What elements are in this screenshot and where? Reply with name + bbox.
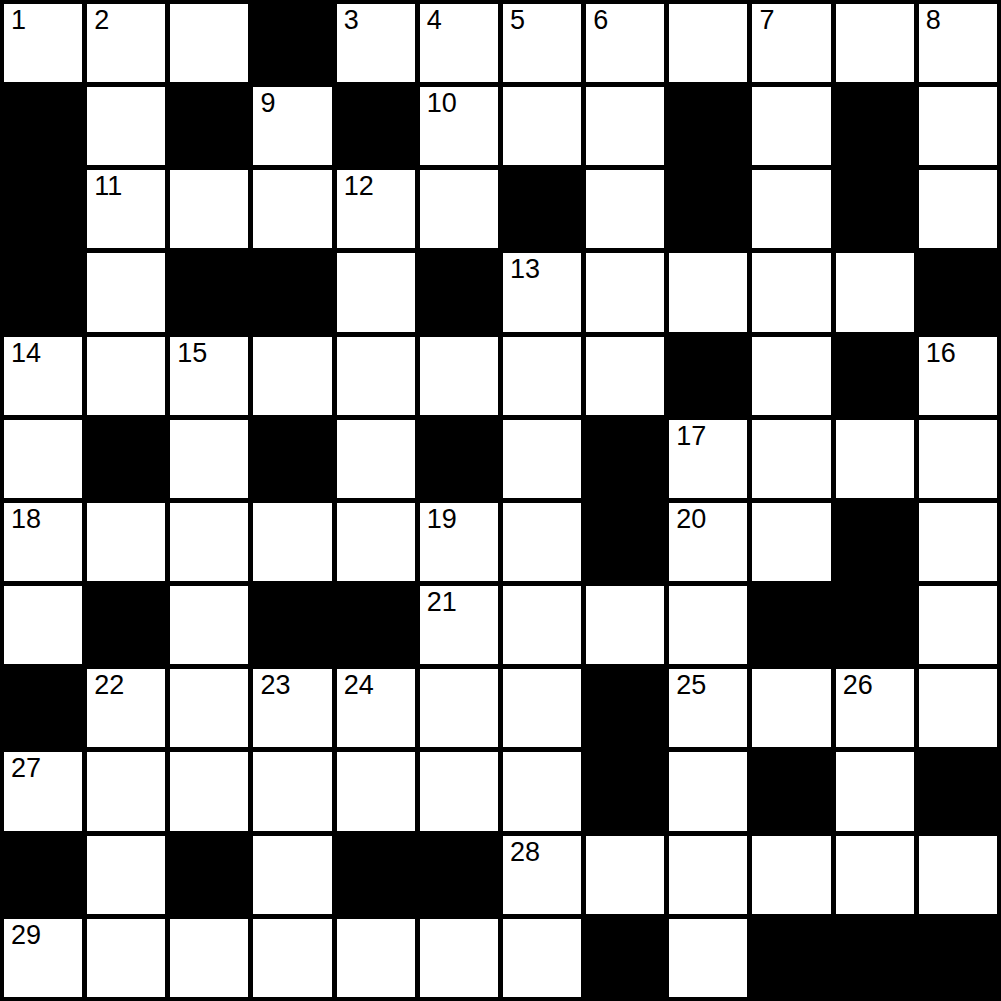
cell-r4c1-black [4, 253, 82, 331]
clue-number-20: 20 [676, 504, 706, 535]
cell-r2c5-black [337, 87, 415, 165]
cell-r12c3-white[interactable] [170, 919, 248, 997]
clue-number-26: 26 [843, 670, 873, 701]
cell-r9c9-white[interactable]: 25 [669, 669, 747, 747]
cell-r12c9-white[interactable] [669, 919, 747, 997]
cell-r2c7-white[interactable] [503, 87, 581, 165]
cell-r9c12-white[interactable] [919, 669, 997, 747]
cell-r8c4-black [253, 586, 331, 664]
crossword-board: 1234567891011121314151617181920212223242… [0, 0, 1001, 1001]
cell-r11c9-white[interactable] [669, 836, 747, 914]
cell-r7c11-black [836, 503, 914, 581]
clue-number-14: 14 [11, 338, 41, 369]
cell-r4c10-white[interactable] [752, 253, 830, 331]
cell-r3c4-white[interactable] [253, 170, 331, 248]
cell-r7c12-white[interactable] [919, 503, 997, 581]
cell-r8c11-black [836, 586, 914, 664]
cell-r11c2-white[interactable] [87, 836, 165, 914]
cell-r4c8-white[interactable] [586, 253, 664, 331]
cell-r1c8-white[interactable]: 6 [586, 4, 664, 82]
clue-number-22: 22 [94, 670, 124, 701]
cell-r4c3-black [170, 253, 248, 331]
cell-r8c12-white[interactable] [919, 586, 997, 664]
cell-r2c2-white[interactable] [87, 87, 165, 165]
cell-r10c12-black [919, 752, 997, 830]
clue-number-28: 28 [510, 837, 540, 868]
cell-r6c9-white[interactable]: 17 [669, 420, 747, 498]
cell-r8c1-white[interactable] [4, 586, 82, 664]
cell-r9c5-white[interactable]: 24 [337, 669, 415, 747]
cell-r9c8-black [586, 669, 664, 747]
cell-r10c10-black [752, 752, 830, 830]
clue-number-2: 2 [94, 5, 109, 36]
cell-r2c6-white[interactable]: 10 [420, 87, 498, 165]
cell-r4c6-black [420, 253, 498, 331]
cell-r2c4-white[interactable]: 9 [253, 87, 331, 165]
cell-r6c11-white[interactable] [836, 420, 914, 498]
cell-r4c11-white[interactable] [836, 253, 914, 331]
cell-r5c9-black [669, 337, 747, 415]
cell-r8c3-white[interactable] [170, 586, 248, 664]
cell-r10c4-white[interactable] [253, 752, 331, 830]
cell-r7c7-white[interactable] [503, 503, 581, 581]
cell-r5c8-white[interactable] [586, 337, 664, 415]
cell-r9c1-black [4, 669, 82, 747]
cell-r12c10-black [752, 919, 830, 997]
cell-r11c8-white[interactable] [586, 836, 664, 914]
cell-r2c3-black [170, 87, 248, 165]
cell-r6c3-white[interactable] [170, 420, 248, 498]
cell-r11c3-black [170, 836, 248, 914]
cell-r10c7-white[interactable] [503, 752, 581, 830]
cell-r4c12-black [919, 253, 997, 331]
cell-r9c3-white[interactable] [170, 669, 248, 747]
cell-r4c4-black [253, 253, 331, 331]
cell-r10c9-white[interactable] [669, 752, 747, 830]
cell-r8c7-white[interactable] [503, 586, 581, 664]
cell-r12c11-black [836, 919, 914, 997]
clue-number-9: 9 [260, 88, 275, 119]
cell-r1c4-black [253, 4, 331, 82]
cell-r3c1-black [4, 170, 82, 248]
cell-r12c12-black [919, 919, 997, 997]
cell-r2c10-white[interactable] [752, 87, 830, 165]
clue-number-29: 29 [11, 920, 41, 951]
cell-r5c2-white[interactable] [87, 337, 165, 415]
cell-r5c6-white[interactable] [420, 337, 498, 415]
clue-number-10: 10 [427, 88, 457, 119]
cell-r1c2-white[interactable]: 2 [87, 4, 165, 82]
cell-r7c4-white[interactable] [253, 503, 331, 581]
cell-r11c4-white[interactable] [253, 836, 331, 914]
cell-r8c5-black [337, 586, 415, 664]
cell-r10c11-white[interactable] [836, 752, 914, 830]
cell-r9c2-white[interactable]: 22 [87, 669, 165, 747]
cell-r1c1-white[interactable]: 1 [4, 4, 82, 82]
cell-r2c11-black [836, 87, 914, 165]
clue-number-25: 25 [676, 670, 706, 701]
cell-r7c6-white[interactable]: 19 [420, 503, 498, 581]
cell-r6c10-white[interactable] [752, 420, 830, 498]
cell-r8c2-black [87, 586, 165, 664]
clue-number-12: 12 [344, 171, 374, 202]
cell-r12c7-white[interactable] [503, 919, 581, 997]
cell-r2c9-black [669, 87, 747, 165]
clue-number-13: 13 [510, 254, 540, 285]
cell-r3c7-black [503, 170, 581, 248]
cell-r4c5-white[interactable] [337, 253, 415, 331]
cell-r3c6-white[interactable] [420, 170, 498, 248]
cell-r6c7-white[interactable] [503, 420, 581, 498]
cell-r10c2-white[interactable] [87, 752, 165, 830]
cell-r9c7-white[interactable] [503, 669, 581, 747]
cell-r5c11-black [836, 337, 914, 415]
cell-r3c5-white[interactable]: 12 [337, 170, 415, 248]
cell-r1c3-white[interactable] [170, 4, 248, 82]
clue-number-5: 5 [510, 5, 525, 36]
clue-number-27: 27 [11, 753, 41, 784]
clue-number-21: 21 [427, 587, 457, 618]
clue-number-11: 11 [94, 171, 122, 202]
clue-number-3: 3 [344, 5, 359, 36]
cell-r11c6-black [420, 836, 498, 914]
clue-number-6: 6 [593, 5, 608, 36]
cell-r10c3-white[interactable] [170, 752, 248, 830]
cell-r2c1-black [4, 87, 82, 165]
cell-r3c3-white[interactable] [170, 170, 248, 248]
cell-r7c9-white[interactable]: 20 [669, 503, 747, 581]
cell-r2c12-white[interactable] [919, 87, 997, 165]
cell-r5c3-white[interactable]: 15 [170, 337, 248, 415]
cell-r1c10-white[interactable]: 7 [752, 4, 830, 82]
cell-r7c2-white[interactable] [87, 503, 165, 581]
cell-r11c10-white[interactable] [752, 836, 830, 914]
clue-number-17: 17 [676, 421, 706, 452]
cell-r5c7-white[interactable] [503, 337, 581, 415]
cell-r6c12-white[interactable] [919, 420, 997, 498]
cell-r6c8-black [586, 420, 664, 498]
cell-r3c9-black [669, 170, 747, 248]
cell-r5c1-white[interactable]: 14 [4, 337, 82, 415]
cell-r6c5-white[interactable] [337, 420, 415, 498]
cell-r1c12-white[interactable]: 8 [919, 4, 997, 82]
clue-number-24: 24 [344, 670, 374, 701]
cell-r7c3-white[interactable] [170, 503, 248, 581]
cell-r6c4-black [253, 420, 331, 498]
clue-number-23: 23 [260, 670, 290, 701]
clue-number-19: 19 [427, 504, 457, 535]
cell-r3c8-white[interactable] [586, 170, 664, 248]
cell-r3c10-white[interactable] [752, 170, 830, 248]
cell-r10c8-black [586, 752, 664, 830]
cell-r12c5-white[interactable] [337, 919, 415, 997]
cell-r12c8-black [586, 919, 664, 997]
cell-r1c5-white[interactable]: 3 [337, 4, 415, 82]
cell-r8c8-white[interactable] [586, 586, 664, 664]
cell-r12c6-white[interactable] [420, 919, 498, 997]
cell-r6c1-white[interactable] [4, 420, 82, 498]
cell-r7c1-white[interactable]: 18 [4, 503, 82, 581]
cell-r5c12-white[interactable]: 16 [919, 337, 997, 415]
clue-number-8: 8 [926, 5, 941, 36]
cell-r12c2-white[interactable] [87, 919, 165, 997]
cell-r1c6-white[interactable]: 4 [420, 4, 498, 82]
cell-r11c12-white[interactable] [919, 836, 997, 914]
cell-r5c5-white[interactable] [337, 337, 415, 415]
clue-number-15: 15 [177, 338, 207, 369]
cell-r6c6-black [420, 420, 498, 498]
cell-r3c12-white[interactable] [919, 170, 997, 248]
cell-r5c10-white[interactable] [752, 337, 830, 415]
cell-r7c5-white[interactable] [337, 503, 415, 581]
cell-r1c7-white[interactable]: 5 [503, 4, 581, 82]
cell-r8c6-white[interactable]: 21 [420, 586, 498, 664]
cell-r9c4-white[interactable]: 23 [253, 669, 331, 747]
cell-r7c10-white[interactable] [752, 503, 830, 581]
cell-r1c11-white[interactable] [836, 4, 914, 82]
cell-r1c9-white[interactable] [669, 4, 747, 82]
cell-r9c6-white[interactable] [420, 669, 498, 747]
cell-r5c4-white[interactable] [253, 337, 331, 415]
cell-r10c6-white[interactable] [420, 752, 498, 830]
clue-number-16: 16 [926, 338, 956, 369]
cell-r6c2-black [87, 420, 165, 498]
cell-r12c1-white[interactable]: 29 [4, 919, 82, 997]
cell-r11c11-white[interactable] [836, 836, 914, 914]
cell-r4c7-white[interactable]: 13 [503, 253, 581, 331]
cell-r8c10-black [752, 586, 830, 664]
cell-r4c2-white[interactable] [87, 253, 165, 331]
cell-r10c1-white[interactable]: 27 [4, 752, 82, 830]
cell-r11c1-black [4, 836, 82, 914]
clue-number-4: 4 [427, 5, 442, 36]
cell-r10c5-white[interactable] [337, 752, 415, 830]
clue-number-1: 1 [11, 5, 26, 36]
cell-r9c10-white[interactable] [752, 669, 830, 747]
cell-r2c8-white[interactable] [586, 87, 664, 165]
cell-r3c2-white[interactable]: 11 [87, 170, 165, 248]
cell-r11c5-black [337, 836, 415, 914]
cell-r7c8-black [586, 503, 664, 581]
clue-number-7: 7 [759, 5, 774, 36]
clue-number-18: 18 [11, 504, 41, 535]
cell-r9c11-white[interactable]: 26 [836, 669, 914, 747]
cell-r8c9-white[interactable] [669, 586, 747, 664]
cell-r3c11-black [836, 170, 914, 248]
cell-r4c9-white[interactable] [669, 253, 747, 331]
cell-r11c7-white[interactable]: 28 [503, 836, 581, 914]
cell-r12c4-white[interactable] [253, 919, 331, 997]
